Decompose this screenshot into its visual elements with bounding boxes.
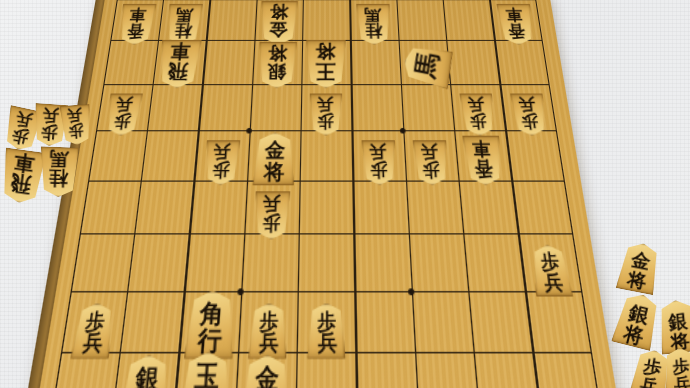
piece-53-歩兵[interactable]: 歩兵 (310, 93, 343, 135)
piece-kanji: 車 (472, 138, 491, 157)
piece-hand-銀将[interactable]: 銀将 (656, 298, 690, 355)
piece-kanji: 馬 (365, 5, 381, 21)
piece-kanji: 香 (127, 21, 145, 37)
piece-kanji: 桂 (49, 168, 68, 188)
piece-kanji: 兵 (370, 142, 386, 159)
piece-kanji: 馬 (412, 51, 442, 80)
piece-hand-銀将[interactable]: 銀将 (611, 290, 663, 351)
piece-kanji: 兵 (318, 333, 336, 355)
piece-kanji: 将 (270, 3, 288, 20)
piece-kanji: 兵 (543, 273, 563, 294)
piece-kanji: 歩 (423, 160, 440, 178)
piece-kanji: 香 (508, 21, 526, 37)
piece-hand-飛車[interactable]: 飛車 (0, 147, 46, 205)
piece-kanji: 車 (171, 42, 192, 61)
piece-kanji: 兵 (673, 375, 690, 388)
piece-kanji: 金 (265, 141, 285, 162)
piece-61-金将[interactable]: 金将 (260, 1, 298, 45)
piece-kanji: 桂 (175, 21, 193, 37)
piece-kanji: 歩 (213, 160, 230, 178)
piece-kanji: 兵 (15, 109, 34, 129)
piece-kanji: 王 (317, 61, 336, 81)
piece-kanji: 行 (197, 328, 222, 356)
piece-kanji: 金 (270, 20, 288, 38)
piece-kanji: 兵 (519, 95, 536, 111)
piece-kanji: 車 (506, 5, 524, 21)
shogi-photo-stage: 香車桂馬金将桂馬香車飛車銀将王将馬歩兵歩兵歩兵歩兵歩兵金将歩兵歩兵香車歩兵歩兵歩… (0, 0, 690, 388)
piece-kanji: 玉 (194, 363, 219, 388)
piece-52-王将[interactable]: 王将 (306, 40, 347, 88)
piece-kanji: 兵 (214, 142, 231, 159)
piece-kanji: 兵 (68, 107, 83, 123)
piece-kanji: 兵 (422, 142, 439, 159)
piece-kanji: 銀 (134, 366, 159, 388)
piece-kanji: 馬 (177, 5, 194, 21)
piece-kanji: 歩 (263, 212, 280, 231)
piece-kanji: 桂 (366, 21, 383, 37)
piece-kanji: 香 (474, 157, 494, 177)
piece-kanji: 歩 (319, 111, 334, 128)
piece-kanji: 歩 (371, 160, 388, 178)
piece-kanji: 将 (269, 44, 287, 62)
piece-65-歩兵[interactable]: 歩兵 (254, 191, 291, 239)
piece-kanji: 車 (129, 5, 147, 21)
piece-62-銀将[interactable]: 銀将 (257, 42, 297, 88)
piece-kanji: 将 (626, 269, 647, 291)
piece-kanji: 歩 (470, 111, 487, 128)
piece-kanji: 兵 (319, 95, 334, 111)
piece-kanji: 歩 (114, 111, 132, 128)
piece-kanji: 金 (255, 366, 278, 388)
piece-kanji: 将 (317, 42, 336, 61)
piece-kanji: 角 (199, 300, 223, 327)
piece-kanji: 兵 (258, 333, 277, 355)
piece-kanji: 兵 (469, 95, 486, 111)
piece-kanji: 兵 (43, 106, 60, 124)
piece-kanji: 銀 (268, 62, 287, 81)
piece-44-歩兵[interactable]: 歩兵 (361, 140, 396, 185)
piece-kanji: 兵 (117, 95, 134, 111)
piece-kanji: 将 (622, 322, 645, 346)
piece-kanji: 兵 (81, 333, 102, 355)
piece-kanji: 歩 (521, 111, 539, 128)
piece-kanji: 兵 (639, 375, 659, 388)
piece-41-桂馬[interactable]: 桂馬 (357, 3, 392, 44)
piece-kanji: 車 (13, 151, 35, 174)
piece-57-歩兵[interactable]: 歩兵 (307, 303, 345, 359)
piece-hand-金将[interactable]: 金将 (616, 240, 663, 295)
piece-kanji: 飛 (169, 61, 190, 81)
piece-kanji: 馬 (50, 149, 69, 169)
shogi-board[interactable]: 香車桂馬金将桂馬香車飛車銀将王将馬歩兵歩兵歩兵歩兵歩兵金将歩兵歩兵香車歩兵歩兵歩… (13, 0, 641, 388)
piece-kanji: 将 (264, 161, 284, 182)
piece-kanji: 兵 (264, 193, 281, 212)
